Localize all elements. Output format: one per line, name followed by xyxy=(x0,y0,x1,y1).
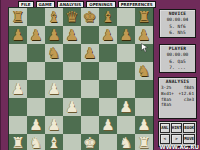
square-b1[interactable]: ♞ xyxy=(27,134,45,150)
square-c4[interactable]: ♟ xyxy=(45,80,63,98)
square-h1[interactable]: ♜ xyxy=(135,134,153,150)
square-a5[interactable] xyxy=(9,62,27,80)
white-bishop: ♝ xyxy=(45,134,63,150)
button-grid: ANLHINTBOOK<>MOVE xyxy=(160,123,195,144)
white-pawn: ♟ xyxy=(9,80,27,98)
square-c3[interactable] xyxy=(45,98,63,116)
square-c6[interactable]: ♞ xyxy=(45,44,63,62)
white-knight: ♞ xyxy=(117,134,135,150)
square-d3[interactable]: ♟ xyxy=(63,98,81,116)
analysis-title: ANALYSIS xyxy=(159,78,196,85)
white-pawn: ♟ xyxy=(27,116,45,134)
square-f4[interactable] xyxy=(99,80,117,98)
white-pawn: ♟ xyxy=(45,80,63,98)
square-e3[interactable] xyxy=(81,98,99,116)
black-bishop: ♝ xyxy=(99,8,117,26)
square-a4[interactable]: ♟ xyxy=(9,80,27,98)
black-rook: ♜ xyxy=(9,8,27,26)
square-d2[interactable] xyxy=(63,116,81,134)
square-h3[interactable] xyxy=(135,98,153,116)
square-e8[interactable]: ♚ xyxy=(81,8,99,26)
black-pawn: ♟ xyxy=(135,26,153,44)
square-d7[interactable]: ♟ xyxy=(63,26,81,44)
computer-clock: 00:00:04 xyxy=(160,17,195,22)
white-pawn: ♟ xyxy=(135,116,153,134)
black-pawn: ♟ xyxy=(27,26,45,44)
square-f2[interactable]: ♟ xyxy=(99,116,117,134)
square-g3[interactable]: ♟ xyxy=(117,98,135,116)
white-rook: ♜ xyxy=(9,134,27,150)
black-pawn: ♟ xyxy=(45,26,63,44)
square-d8[interactable]: ♛ xyxy=(63,8,81,26)
square-b6[interactable] xyxy=(27,44,45,62)
square-a7[interactable]: ♟ xyxy=(9,26,27,44)
square-e5[interactable] xyxy=(81,62,99,80)
square-f1[interactable] xyxy=(99,134,117,150)
square-e4[interactable] xyxy=(81,80,99,98)
black-knight: ♞ xyxy=(135,62,153,80)
mouse-cursor xyxy=(141,43,149,53)
move-entry: 6. Nh5 xyxy=(160,30,195,36)
square-g4[interactable] xyxy=(117,80,135,98)
square-g6[interactable] xyxy=(117,44,135,62)
square-h5[interactable]: ♞ xyxy=(135,62,153,80)
square-d1[interactable] xyxy=(63,134,81,150)
square-g2[interactable] xyxy=(117,116,135,134)
button-prev[interactable]: < xyxy=(160,134,170,144)
button-move[interactable]: MOVE xyxy=(183,134,195,144)
button-analysis[interactable]: ANL xyxy=(160,123,170,133)
black-pawn: ♟ xyxy=(99,26,117,44)
square-a8[interactable]: ♜ xyxy=(9,8,27,26)
square-e1[interactable]: ♚ xyxy=(81,134,99,150)
analysis-row: f8a5 xyxy=(159,102,196,108)
square-f6[interactable] xyxy=(99,44,117,62)
computer-clock-panel: NOVICE 00:00:04 5. Nf66. Nh5 xyxy=(159,9,196,38)
square-a3[interactable] xyxy=(9,98,27,116)
black-king: ♚ xyxy=(81,8,99,26)
watermark: WWW.AG.RU xyxy=(160,144,199,150)
black-knight: ♞ xyxy=(45,44,63,62)
square-f5[interactable] xyxy=(99,62,117,80)
player-label: PLAYER xyxy=(160,45,195,52)
button-book[interactable]: BOOK xyxy=(183,123,195,133)
square-f8[interactable]: ♝ xyxy=(99,8,117,26)
square-f3[interactable] xyxy=(99,98,117,116)
black-queen: ♛ xyxy=(63,8,81,26)
black-pawn: ♟ xyxy=(63,26,81,44)
square-e7[interactable] xyxy=(81,26,99,44)
black-pawn: ♟ xyxy=(117,26,135,44)
square-c2[interactable]: ♟ xyxy=(45,116,63,134)
square-a1[interactable]: ♜ xyxy=(9,134,27,150)
black-rook: ♜ xyxy=(135,8,153,26)
analysis-panel: ANALYSIS 3-25f8d5Bxd1++12.61f8a5c3e3f8a5 xyxy=(158,77,197,119)
black-bishop: ♝ xyxy=(45,8,63,26)
square-b8[interactable] xyxy=(27,8,45,26)
square-c1[interactable]: ♝ xyxy=(45,134,63,150)
square-b5[interactable] xyxy=(27,62,45,80)
square-h8[interactable]: ♜ xyxy=(135,8,153,26)
white-pawn: ♟ xyxy=(117,98,135,116)
square-b4[interactable] xyxy=(27,80,45,98)
white-pawn: ♟ xyxy=(45,116,63,134)
square-b3[interactable] xyxy=(27,98,45,116)
square-b7[interactable]: ♟ xyxy=(27,26,45,44)
square-b2[interactable]: ♟ xyxy=(27,116,45,134)
player-clock-panel: PLAYER 00:00:00 6. Qa57. ... xyxy=(159,44,196,73)
button-hint[interactable]: HINT xyxy=(171,123,183,133)
black-pawn: ♟ xyxy=(9,26,27,44)
analysis-rows: 3-25f8d5Bxd1++12.61f8a5c3e3f8a5 xyxy=(159,85,196,108)
square-a2[interactable] xyxy=(9,116,27,134)
white-knight: ♞ xyxy=(27,134,45,150)
white-king: ♚ xyxy=(81,134,99,150)
square-c8[interactable]: ♝ xyxy=(45,8,63,26)
square-d6[interactable] xyxy=(63,44,81,62)
square-h7[interactable]: ♟ xyxy=(135,26,153,44)
player-clock: 00:00:00 xyxy=(160,52,195,57)
chess-board: ♜♝♛♚♝♜♟♟♟♟♟♟♟♞♟♞♟♟♟♟♟♟♟♟♜♞♝♚♞♜ xyxy=(8,7,154,150)
white-pawn: ♟ xyxy=(63,98,81,116)
square-h2[interactable]: ♟ xyxy=(135,116,153,134)
computer-level-label: NOVICE xyxy=(160,10,195,17)
square-c5[interactable] xyxy=(45,62,63,80)
computer-moves: 5. Nf66. Nh5 xyxy=(160,24,195,35)
square-a6[interactable] xyxy=(9,44,27,62)
square-f7[interactable]: ♟ xyxy=(99,26,117,44)
player-moves: 6. Qa57. ... xyxy=(160,59,195,70)
white-rook: ♜ xyxy=(135,134,153,150)
move-entry: 7. ... xyxy=(160,65,195,71)
square-d5[interactable] xyxy=(63,62,81,80)
square-g1[interactable]: ♞ xyxy=(117,134,135,150)
square-g7[interactable]: ♟ xyxy=(117,26,135,44)
black-pawn: ♟ xyxy=(81,44,99,62)
app-window: { "app": {"background": "#702b5a"}, "men… xyxy=(0,0,200,150)
square-g8[interactable] xyxy=(117,8,135,26)
square-g5[interactable] xyxy=(117,62,135,80)
square-e2[interactable] xyxy=(81,116,99,134)
square-h4[interactable] xyxy=(135,80,153,98)
square-e6[interactable]: ♟ xyxy=(81,44,99,62)
white-pawn: ♟ xyxy=(99,116,117,134)
square-c7[interactable]: ♟ xyxy=(45,26,63,44)
button-next[interactable]: > xyxy=(171,134,183,144)
square-d4[interactable] xyxy=(63,80,81,98)
